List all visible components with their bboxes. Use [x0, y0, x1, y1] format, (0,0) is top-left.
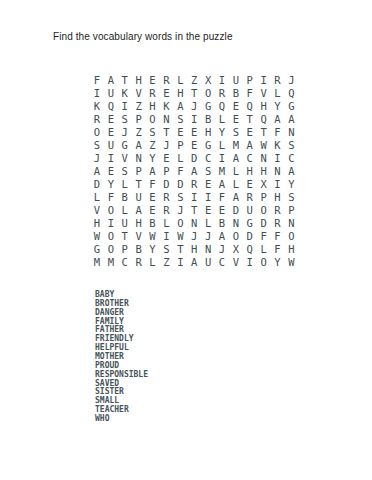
- grid-cell-r1c15: J: [284, 74, 298, 87]
- grid-cell-r3c7: A: [173, 100, 187, 113]
- grid-cell-r2c6: E: [159, 87, 173, 100]
- grid-cell-r7c8: D: [187, 152, 201, 165]
- grid-cell-r14c12: Q: [243, 243, 257, 256]
- grid-cell-r3c12: Q: [243, 100, 257, 113]
- grid-cell-r5c3: J: [118, 126, 132, 139]
- grid-cell-r7c12: C: [243, 152, 257, 165]
- grid-cell-r9c15: Y: [284, 178, 298, 191]
- grid-cell-r2c3: K: [118, 87, 132, 100]
- grid-cell-r12c8: N: [187, 217, 201, 230]
- grid-cell-r13c7: W: [173, 230, 187, 243]
- grid-cell-r4c14: A: [271, 113, 285, 126]
- grid-cell-r1c12: P: [243, 74, 257, 87]
- grid-cell-r5c9: H: [201, 126, 215, 139]
- grid-cell-r7c14: I: [271, 152, 285, 165]
- grid-cell-r8c10: M: [215, 165, 229, 178]
- grid-cell-r11c14: R: [271, 204, 285, 217]
- grid-cell-r3c11: E: [229, 100, 243, 113]
- grid-cell-r15c12: I: [243, 256, 257, 269]
- grid-cell-r8c15: A: [284, 165, 298, 178]
- grid-cell-r10c11: A: [229, 191, 243, 204]
- grid-cell-r14c9: N: [201, 243, 215, 256]
- grid-cell-r11c13: O: [257, 204, 271, 217]
- grid-cell-r3c1: K: [90, 100, 104, 113]
- grid-cell-r3c8: J: [187, 100, 201, 113]
- grid-cell-r4c12: T: [243, 113, 257, 126]
- grid-cell-r4c3: S: [118, 113, 132, 126]
- grid-cell-r11c6: R: [159, 204, 173, 217]
- grid-cell-r8c5: A: [146, 165, 160, 178]
- grid-cell-r14c8: H: [187, 243, 201, 256]
- grid-cell-r10c5: E: [146, 191, 160, 204]
- grid-cell-r15c6: Z: [159, 256, 173, 269]
- grid-cell-r8c6: P: [159, 165, 173, 178]
- grid-cell-r8c11: L: [229, 165, 243, 178]
- word-search-grid: FATHERLZXIUPIRJIUKVREHTORBFVLQKQIZHKAJGQ…: [90, 74, 298, 269]
- grid-cell-r6c1: S: [90, 139, 104, 152]
- grid-cell-r2c4: V: [132, 87, 146, 100]
- grid-cell-r14c13: L: [257, 243, 271, 256]
- grid-cell-r6c2: U: [104, 139, 118, 152]
- word-list: BABYBROTHERDANGERFAMILYFATHERFRIENDLYHEL…: [95, 291, 148, 424]
- grid-cell-r4c2: E: [104, 113, 118, 126]
- grid-cell-r6c10: L: [215, 139, 229, 152]
- grid-cell-r14c7: T: [173, 243, 187, 256]
- grid-cell-r3c15: G: [284, 100, 298, 113]
- grid-cell-r14c1: G: [90, 243, 104, 256]
- grid-cell-r11c2: O: [104, 204, 118, 217]
- grid-cell-r4c4: P: [132, 113, 146, 126]
- grid-cell-r13c10: A: [215, 230, 229, 243]
- grid-cell-r12c15: N: [284, 217, 298, 230]
- grid-cell-r15c4: R: [132, 256, 146, 269]
- grid-cell-r15c9: U: [201, 256, 215, 269]
- grid-cell-r10c14: H: [271, 191, 285, 204]
- grid-cell-r14c14: F: [271, 243, 285, 256]
- grid-cell-r15c14: Y: [271, 256, 285, 269]
- grid-cell-r5c5: S: [146, 126, 160, 139]
- grid-cell-r4c11: E: [229, 113, 243, 126]
- grid-cell-r7c7: L: [173, 152, 187, 165]
- grid-cell-r12c10: B: [215, 217, 229, 230]
- grid-cell-r15c1: M: [90, 256, 104, 269]
- grid-cell-r11c7: J: [173, 204, 187, 217]
- grid-cell-r8c8: A: [187, 165, 201, 178]
- grid-cell-r8c3: S: [118, 165, 132, 178]
- grid-cell-r11c1: V: [90, 204, 104, 217]
- grid-cell-r1c11: U: [229, 74, 243, 87]
- grid-cell-r4c6: N: [159, 113, 173, 126]
- grid-cell-r2c8: T: [187, 87, 201, 100]
- grid-cell-r15c2: M: [104, 256, 118, 269]
- grid-cell-r7c4: N: [132, 152, 146, 165]
- grid-cell-r15c15: W: [284, 256, 298, 269]
- grid-cell-r13c3: T: [118, 230, 132, 243]
- grid-cell-r6c6: J: [159, 139, 173, 152]
- grid-cell-r1c5: E: [146, 74, 160, 87]
- grid-cell-r6c9: G: [201, 139, 215, 152]
- grid-cell-r1c8: Z: [187, 74, 201, 87]
- grid-cell-r3c14: Y: [271, 100, 285, 113]
- grid-cell-r14c2: O: [104, 243, 118, 256]
- grid-cell-r12c14: R: [271, 217, 285, 230]
- grid-cell-r2c7: H: [173, 87, 187, 100]
- grid-cell-r2c15: Q: [284, 87, 298, 100]
- grid-cell-r6c12: A: [243, 139, 257, 152]
- grid-cell-r13c12: D: [243, 230, 257, 243]
- grid-cell-r12c1: H: [90, 217, 104, 230]
- grid-cell-r2c5: R: [146, 87, 160, 100]
- grid-cell-r7c3: V: [118, 152, 132, 165]
- grid-cell-r11c15: P: [284, 204, 298, 217]
- grid-cell-r9c2: Y: [104, 178, 118, 191]
- grid-cell-r11c8: T: [187, 204, 201, 217]
- grid-cell-r13c4: V: [132, 230, 146, 243]
- grid-cell-r1c3: T: [118, 74, 132, 87]
- grid-cell-r7c1: J: [90, 152, 104, 165]
- grid-cell-r3c4: Z: [132, 100, 146, 113]
- grid-cell-r10c13: P: [257, 191, 271, 204]
- grid-cell-r4c5: O: [146, 113, 160, 126]
- grid-cell-r10c1: L: [90, 191, 104, 204]
- grid-cell-r10c7: S: [173, 191, 187, 204]
- grid-cell-r3c6: K: [159, 100, 173, 113]
- grid-cell-r2c10: R: [215, 87, 229, 100]
- worksheet-page: Find the vocabulary words in the puzzle …: [0, 0, 372, 480]
- grid-cell-r7c9: C: [201, 152, 215, 165]
- word-list-item: WHO: [95, 415, 148, 424]
- grid-cell-r9c7: D: [173, 178, 187, 191]
- grid-cell-r1c4: H: [132, 74, 146, 87]
- grid-cell-r13c15: O: [284, 230, 298, 243]
- grid-cell-r7c11: A: [229, 152, 243, 165]
- grid-cell-r2c2: U: [104, 87, 118, 100]
- grid-cell-r11c4: A: [132, 204, 146, 217]
- grid-cell-r7c5: Y: [146, 152, 160, 165]
- grid-cell-r9c14: I: [271, 178, 285, 191]
- grid-cell-r1c10: I: [215, 74, 229, 87]
- grid-cell-r14c11: X: [229, 243, 243, 256]
- grid-cell-r2c11: B: [229, 87, 243, 100]
- grid-cell-r10c9: I: [201, 191, 215, 204]
- grid-cell-r9c5: F: [146, 178, 160, 191]
- grid-cell-r9c1: D: [90, 178, 104, 191]
- grid-cell-r5c6: T: [159, 126, 173, 139]
- grid-cell-r8c2: E: [104, 165, 118, 178]
- grid-cell-r9c8: R: [187, 178, 201, 191]
- grid-cell-r10c6: R: [159, 191, 173, 204]
- grid-cell-r9c10: A: [215, 178, 229, 191]
- grid-cell-r4c10: L: [215, 113, 229, 126]
- grid-cell-r8c1: A: [90, 165, 104, 178]
- grid-cell-r12c3: U: [118, 217, 132, 230]
- grid-cell-r10c2: F: [104, 191, 118, 204]
- grid-cell-r8c12: H: [243, 165, 257, 178]
- grid-cell-r13c14: F: [271, 230, 285, 243]
- grid-cell-r3c3: I: [118, 100, 132, 113]
- grid-cell-r6c11: M: [229, 139, 243, 152]
- grid-cell-r14c15: H: [284, 243, 298, 256]
- grid-cell-r10c8: I: [187, 191, 201, 204]
- grid-cell-r12c9: L: [201, 217, 215, 230]
- grid-cell-r6c3: G: [118, 139, 132, 152]
- grid-cell-r9c6: D: [159, 178, 173, 191]
- grid-cell-r11c3: L: [118, 204, 132, 217]
- grid-cell-r9c13: X: [257, 178, 271, 191]
- grid-cell-r2c1: I: [90, 87, 104, 100]
- grid-cell-r10c15: S: [284, 191, 298, 204]
- grid-cell-r2c14: L: [271, 87, 285, 100]
- grid-cell-r1c9: X: [201, 74, 215, 87]
- grid-cell-r6c13: W: [257, 139, 271, 152]
- grid-cell-r9c12: E: [243, 178, 257, 191]
- grid-cell-r5c1: O: [90, 126, 104, 139]
- grid-cell-r13c13: F: [257, 230, 271, 243]
- grid-cell-r5c4: Z: [132, 126, 146, 139]
- grid-cell-r3c5: H: [146, 100, 160, 113]
- grid-cell-r12c4: H: [132, 217, 146, 230]
- grid-cell-r10c4: U: [132, 191, 146, 204]
- grid-cell-r10c10: F: [215, 191, 229, 204]
- grid-cell-r5c11: S: [229, 126, 243, 139]
- grid-cell-r4c1: R: [90, 113, 104, 126]
- grid-cell-r1c1: F: [90, 74, 104, 87]
- grid-cell-r3c13: H: [257, 100, 271, 113]
- grid-cell-r12c5: B: [146, 217, 160, 230]
- grid-cell-r11c11: D: [229, 204, 243, 217]
- grid-cell-r14c3: P: [118, 243, 132, 256]
- grid-cell-r4c13: Q: [257, 113, 271, 126]
- grid-cell-r3c2: Q: [104, 100, 118, 113]
- grid-cell-r15c5: L: [146, 256, 160, 269]
- grid-cell-r1c13: I: [257, 74, 271, 87]
- grid-cell-r5c7: E: [173, 126, 187, 139]
- grid-cell-r14c10: J: [215, 243, 229, 256]
- grid-cell-r3c10: Q: [215, 100, 229, 113]
- grid-cell-r15c10: C: [215, 256, 229, 269]
- grid-cell-r5c10: Y: [215, 126, 229, 139]
- grid-cell-r15c13: O: [257, 256, 271, 269]
- grid-cell-r12c7: O: [173, 217, 187, 230]
- grid-cell-r11c10: E: [215, 204, 229, 217]
- grid-cell-r4c9: B: [201, 113, 215, 126]
- grid-cell-r15c3: C: [118, 256, 132, 269]
- puzzle-title: Find the vocabulary words in the puzzle: [53, 31, 233, 42]
- grid-cell-r7c13: N: [257, 152, 271, 165]
- grid-cell-r2c9: O: [201, 87, 215, 100]
- grid-cell-r9c4: T: [132, 178, 146, 191]
- grid-cell-r8c14: N: [271, 165, 285, 178]
- grid-cell-r6c14: K: [271, 139, 285, 152]
- grid-cell-r13c11: O: [229, 230, 243, 243]
- grid-cell-r5c12: E: [243, 126, 257, 139]
- grid-cell-r12c13: D: [257, 217, 271, 230]
- grid-cell-r15c8: A: [187, 256, 201, 269]
- grid-cell-r1c6: R: [159, 74, 173, 87]
- grid-cell-r5c15: N: [284, 126, 298, 139]
- grid-cell-r12c11: N: [229, 217, 243, 230]
- grid-cell-r6c4: A: [132, 139, 146, 152]
- grid-cell-r11c9: E: [201, 204, 215, 217]
- grid-cell-r13c8: J: [187, 230, 201, 243]
- grid-cell-r2c13: V: [257, 87, 271, 100]
- grid-cell-r8c13: H: [257, 165, 271, 178]
- grid-cell-r6c15: S: [284, 139, 298, 152]
- grid-cell-r5c8: E: [187, 126, 201, 139]
- grid-cell-r15c7: I: [173, 256, 187, 269]
- grid-cell-r4c8: I: [187, 113, 201, 126]
- grid-cell-r1c2: A: [104, 74, 118, 87]
- grid-cell-r13c6: I: [159, 230, 173, 243]
- grid-cell-r11c5: E: [146, 204, 160, 217]
- grid-cell-r2c12: F: [243, 87, 257, 100]
- grid-cell-r12c2: I: [104, 217, 118, 230]
- grid-cell-r12c12: G: [243, 217, 257, 230]
- grid-cell-r8c4: P: [132, 165, 146, 178]
- grid-cell-r6c7: P: [173, 139, 187, 152]
- grid-cell-r6c5: Z: [146, 139, 160, 152]
- grid-cell-r14c6: S: [159, 243, 173, 256]
- grid-cell-r3c9: G: [201, 100, 215, 113]
- grid-cell-r10c12: R: [243, 191, 257, 204]
- grid-cell-r5c14: F: [271, 126, 285, 139]
- grid-cell-r7c6: E: [159, 152, 173, 165]
- grid-cell-r7c15: C: [284, 152, 298, 165]
- grid-cell-r13c2: O: [104, 230, 118, 243]
- grid-cell-r9c11: L: [229, 178, 243, 191]
- grid-cell-r13c1: W: [90, 230, 104, 243]
- grid-cell-r7c10: I: [215, 152, 229, 165]
- grid-cell-r5c2: E: [104, 126, 118, 139]
- grid-cell-r9c3: L: [118, 178, 132, 191]
- grid-cell-r13c9: J: [201, 230, 215, 243]
- grid-cell-r1c14: R: [271, 74, 285, 87]
- grid-cell-r9c9: E: [201, 178, 215, 191]
- grid-cell-r5c13: T: [257, 126, 271, 139]
- grid-cell-r11c12: U: [243, 204, 257, 217]
- grid-cell-r7c2: I: [104, 152, 118, 165]
- grid-cell-r1c7: L: [173, 74, 187, 87]
- grid-cell-r14c5: Y: [146, 243, 160, 256]
- grid-cell-r13c5: W: [146, 230, 160, 243]
- grid-cell-r15c11: V: [229, 256, 243, 269]
- grid-cell-r12c6: L: [159, 217, 173, 230]
- grid-cell-r6c8: E: [187, 139, 201, 152]
- grid-cell-r8c7: F: [173, 165, 187, 178]
- grid-cell-r10c3: B: [118, 191, 132, 204]
- grid-cell-r4c15: A: [284, 113, 298, 126]
- grid-cell-r14c4: B: [132, 243, 146, 256]
- grid-cell-r4c7: S: [173, 113, 187, 126]
- grid-cell-r8c9: S: [201, 165, 215, 178]
